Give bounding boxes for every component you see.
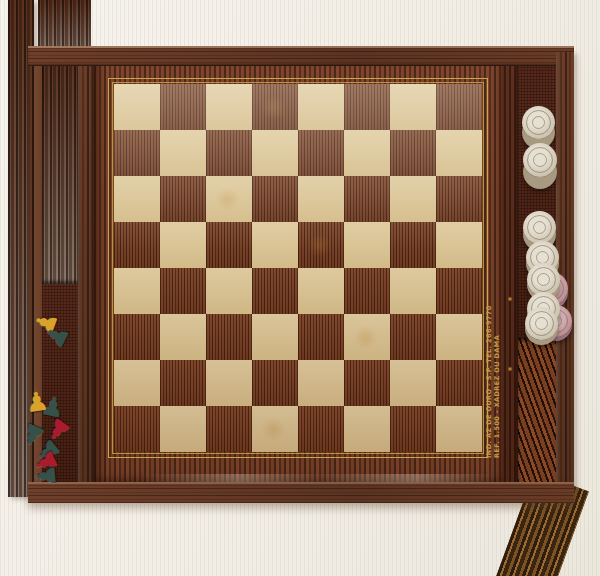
square-b4[interactable]	[160, 268, 206, 314]
square-d2[interactable]	[252, 360, 298, 406]
square-b1[interactable]	[160, 406, 206, 452]
square-d1[interactable]	[252, 406, 298, 452]
square-h7[interactable]	[436, 130, 482, 176]
square-c6[interactable]	[206, 176, 252, 222]
square-g2[interactable]	[390, 360, 436, 406]
left-tray-divider-rail	[78, 54, 94, 484]
board-surface: IND. AZ DE OURO - S.P. TEL. 266-9770 REF…	[94, 54, 504, 484]
square-h5[interactable]	[436, 222, 482, 268]
inscription-line-1: IND. AZ DE OURO - S.P. TEL. 266-9770	[485, 326, 493, 458]
square-g8[interactable]	[390, 84, 436, 130]
checkerboard	[114, 84, 482, 452]
frame-bottom-rail	[28, 482, 574, 503]
square-a6[interactable]	[114, 176, 160, 222]
square-e4[interactable]	[298, 268, 344, 314]
square-f8[interactable]	[344, 84, 390, 130]
left-tray-sliding-lid[interactable]	[42, 56, 78, 284]
square-c4[interactable]	[206, 268, 252, 314]
square-b2[interactable]	[160, 360, 206, 406]
tray-pawn-green[interactable]: ♟	[32, 462, 60, 490]
square-h3[interactable]	[436, 314, 482, 360]
square-g3[interactable]	[390, 314, 436, 360]
square-d8[interactable]	[252, 84, 298, 130]
square-g6[interactable]	[390, 176, 436, 222]
square-a1[interactable]	[114, 406, 160, 452]
square-g1[interactable]	[390, 406, 436, 452]
square-d4[interactable]	[252, 268, 298, 314]
square-c5[interactable]	[206, 222, 252, 268]
tray-checker-cream[interactable]	[523, 211, 556, 244]
square-f7[interactable]	[344, 130, 390, 176]
square-g7[interactable]	[390, 130, 436, 176]
square-d3[interactable]	[252, 314, 298, 360]
square-b5[interactable]	[160, 222, 206, 268]
square-a2[interactable]	[114, 360, 160, 406]
square-d6[interactable]	[252, 176, 298, 222]
square-g5[interactable]	[390, 222, 436, 268]
square-a8[interactable]	[114, 84, 160, 130]
square-a5[interactable]	[114, 222, 160, 268]
square-f2[interactable]	[344, 360, 390, 406]
square-d7[interactable]	[252, 130, 298, 176]
square-e6[interactable]	[298, 176, 344, 222]
square-f1[interactable]	[344, 406, 390, 452]
maker-inscription: IND. AZ DE OURO - S.P. TEL. 266-9770 REF…	[484, 326, 501, 458]
inscription-line-2: REF. 1.500 - XADREZ OU DAMA	[493, 326, 501, 458]
square-a7[interactable]	[114, 130, 160, 176]
square-e3[interactable]	[298, 314, 344, 360]
square-h8[interactable]	[436, 84, 482, 130]
square-c1[interactable]	[206, 406, 252, 452]
square-g4[interactable]	[390, 268, 436, 314]
square-h4[interactable]	[436, 268, 482, 314]
tray-checker-cream[interactable]	[522, 106, 555, 139]
square-e8[interactable]	[298, 84, 344, 130]
square-f6[interactable]	[344, 176, 390, 222]
square-b8[interactable]	[160, 84, 206, 130]
square-b7[interactable]	[160, 130, 206, 176]
square-b3[interactable]	[160, 314, 206, 360]
tray-checker-cream[interactable]	[527, 263, 560, 296]
square-c7[interactable]	[206, 130, 252, 176]
square-f4[interactable]	[344, 268, 390, 314]
frame-top-rail	[28, 46, 574, 66]
square-c3[interactable]	[206, 314, 252, 360]
square-e5[interactable]	[298, 222, 344, 268]
square-h6[interactable]	[436, 176, 482, 222]
square-e7[interactable]	[298, 130, 344, 176]
tray-checker-cream[interactable]	[523, 143, 557, 177]
square-c8[interactable]	[206, 84, 252, 130]
square-c2[interactable]	[206, 360, 252, 406]
right-tray-divider-rail	[504, 54, 518, 486]
top-left-plank	[38, 0, 91, 52]
square-e2[interactable]	[298, 360, 344, 406]
square-a4[interactable]	[114, 268, 160, 314]
square-e1[interactable]	[298, 406, 344, 452]
tray-checker-cream[interactable]	[525, 307, 558, 340]
board-photo: IND. AZ DE OURO - S.P. TEL. 266-9770 REF…	[0, 0, 600, 576]
square-d5[interactable]	[252, 222, 298, 268]
square-b6[interactable]	[160, 176, 206, 222]
square-f3[interactable]	[344, 314, 390, 360]
square-h1[interactable]	[436, 406, 482, 452]
square-h2[interactable]	[436, 360, 482, 406]
square-f5[interactable]	[344, 222, 390, 268]
square-a3[interactable]	[114, 314, 160, 360]
right-tray-sliding-lid[interactable]	[518, 338, 558, 498]
